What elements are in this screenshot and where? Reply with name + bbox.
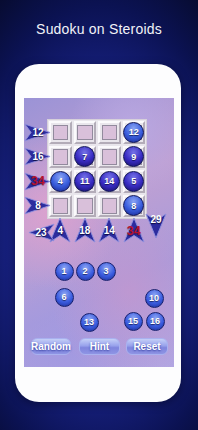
main-diagonal-sum-arrow: 29 bbox=[146, 213, 166, 238]
grid-ball-9[interactable]: 9 bbox=[123, 146, 144, 167]
tray-ball-6[interactable]: 6 bbox=[55, 288, 74, 307]
grid-ball-14[interactable]: 14 bbox=[99, 171, 120, 192]
grid-cell-r3c2[interactable]: 11 bbox=[73, 169, 98, 194]
grid-cell-r3c1[interactable]: 4 bbox=[48, 169, 73, 194]
row-sum-arrow-3: 34 bbox=[25, 172, 51, 191]
grid-ball-4[interactable]: 4 bbox=[50, 171, 71, 192]
col-sum-arrow-3: 14 bbox=[99, 218, 119, 243]
tray-ball-13[interactable]: 13 bbox=[80, 313, 99, 332]
grid-cell-r4c3[interactable] bbox=[97, 194, 122, 219]
clue-value: 34 bbox=[124, 218, 144, 243]
grid-cell-r3c4[interactable]: 5 bbox=[122, 169, 147, 194]
grid-cell-r1c3[interactable] bbox=[97, 120, 122, 145]
grid-cell-r1c2[interactable] bbox=[73, 120, 98, 145]
grid-cell-r1c4[interactable]: 12 bbox=[122, 120, 147, 145]
clue-value: 18 bbox=[75, 218, 95, 243]
grid-cell-r3c3[interactable]: 14 bbox=[97, 169, 122, 194]
clue-value: 16 bbox=[25, 147, 51, 166]
tray-ball-15[interactable]: 15 bbox=[124, 312, 143, 331]
grid-cell-r4c2[interactable] bbox=[73, 194, 98, 219]
col-sum-arrow-2: 18 bbox=[75, 218, 95, 243]
grid-ball-12[interactable]: 12 bbox=[123, 122, 144, 143]
clue-value: 34 bbox=[25, 172, 51, 191]
random-button[interactable]: Random bbox=[31, 338, 71, 355]
tray-ball-3[interactable]: 3 bbox=[97, 262, 116, 281]
clue-value: 14 bbox=[99, 218, 119, 243]
puzzle-grid: 12794111458 bbox=[48, 120, 146, 218]
hint-button[interactable]: Hint bbox=[79, 338, 120, 355]
screen: Sudoku on Steroids 12794111458 12 16 34 … bbox=[0, 0, 198, 430]
tray-ball-2[interactable]: 2 bbox=[76, 262, 95, 281]
grid-ball-11[interactable]: 11 bbox=[74, 171, 95, 192]
page-title: Sudoku on Steroids bbox=[0, 21, 198, 37]
clue-value: 23 bbox=[28, 223, 54, 242]
reset-button[interactable]: Reset bbox=[126, 338, 168, 355]
tray-ball-16[interactable]: 16 bbox=[146, 312, 165, 331]
grid-cell-r2c3[interactable] bbox=[97, 145, 122, 170]
col-sum-arrow-4: 34 bbox=[124, 218, 144, 243]
grid-cell-r1c1[interactable] bbox=[48, 120, 73, 145]
grid-ball-5[interactable]: 5 bbox=[123, 171, 144, 192]
clue-value: 12 bbox=[25, 123, 51, 142]
grid-ball-8[interactable]: 8 bbox=[123, 195, 144, 216]
anti-diagonal-sum-arrow: 23 bbox=[28, 223, 54, 242]
clue-value: 29 bbox=[146, 213, 166, 238]
row-sum-arrow-4: 8 bbox=[25, 196, 51, 215]
grid-cell-r4c1[interactable] bbox=[48, 194, 73, 219]
tray-ball-1[interactable]: 1 bbox=[55, 262, 74, 281]
row-sum-arrow-2: 16 bbox=[25, 147, 51, 166]
grid-cell-r4c4[interactable]: 8 bbox=[122, 194, 147, 219]
tray-ball-10[interactable]: 10 bbox=[145, 289, 164, 308]
grid-cell-r2c1[interactable] bbox=[48, 145, 73, 170]
puzzle-screenshot: 12794111458 12 16 34 8 4 18 14 34 bbox=[24, 98, 174, 367]
clue-value: 8 bbox=[25, 196, 51, 215]
grid-cell-r2c2[interactable]: 7 bbox=[73, 145, 98, 170]
grid-cell-r2c4[interactable]: 9 bbox=[122, 145, 147, 170]
phone-frame: 12794111458 12 16 34 8 4 18 14 34 bbox=[15, 64, 181, 402]
grid-ball-7[interactable]: 7 bbox=[74, 146, 95, 167]
row-sum-arrow-1: 12 bbox=[25, 123, 51, 142]
